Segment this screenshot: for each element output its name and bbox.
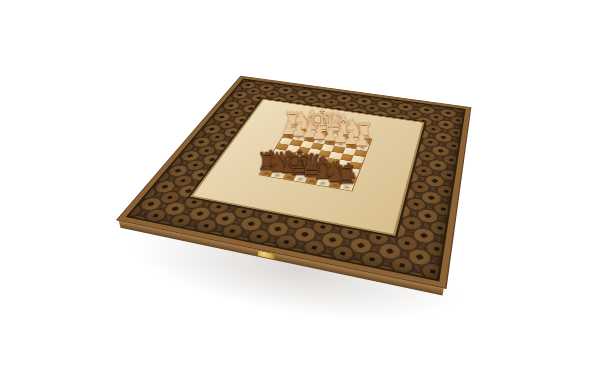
inner-frame: ♜♞♝♚♛♝♞♜♟♟♟♟♟♟♟♟♟♟♟♟♟♟♟♟♜♞♝♚♛♝♞♜ <box>190 99 425 236</box>
square-a3[interactable] <box>353 149 366 157</box>
scene: ♜♞♝♚♛♝♞♜♟♟♟♟♟♟♟♟♟♟♟♟♟♟♟♟♜♞♝♚♛♝♞♜ <box>0 0 600 380</box>
board-grid: ♜♞♝♚♛♝♞♜♟♟♟♟♟♟♟♟♟♟♟♟♟♟♟♟♜♞♝♚♛♝♞♜ <box>260 126 372 190</box>
white-pawn-a2: ♟ <box>354 130 371 149</box>
square-a8[interactable]: ♜ <box>340 181 355 190</box>
black-rook-a8: ♜ <box>335 163 357 188</box>
